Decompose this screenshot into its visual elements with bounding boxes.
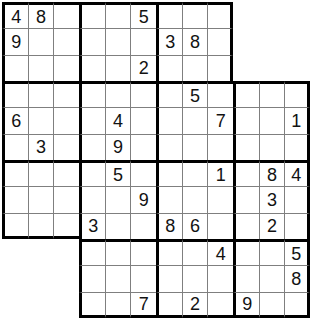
- sudoku-cell-r7c2-empty[interactable]: [28, 160, 54, 186]
- sudoku-cell-r1c3-empty[interactable]: [53, 2, 79, 28]
- sudoku-cell-r9c8-given-6[interactable]: 6: [182, 213, 208, 239]
- sudoku-cell-r11c12-given-8[interactable]: 8: [284, 265, 310, 291]
- sudoku-cell-r4c3-empty[interactable]: [53, 81, 79, 107]
- sudoku-cell-r12c6-given-7[interactable]: 7: [130, 292, 156, 318]
- sudoku-cell-r12c9-empty[interactable]: [207, 292, 233, 318]
- sudoku-cell-r11c8-empty[interactable]: [182, 265, 208, 291]
- sudoku-cell-r2c1-given-9[interactable]: 9: [2, 28, 28, 54]
- sudoku-cell-r10c5-empty[interactable]: [105, 239, 131, 265]
- sudoku-cell-r7c8-empty[interactable]: [182, 160, 208, 186]
- sudoku-cell-r9c6-empty[interactable]: [130, 213, 156, 239]
- sudoku-cell-r6c8-empty[interactable]: [182, 134, 208, 160]
- sudoku-cell-r4c11-empty[interactable]: [259, 81, 285, 107]
- sudoku-cell-r9c11-given-2[interactable]: 2: [259, 213, 285, 239]
- sudoku-cell-r8c8-empty[interactable]: [182, 186, 208, 212]
- outside-area-r12c3: [53, 292, 79, 318]
- sudoku-cell-r2c4-empty[interactable]: [79, 28, 105, 54]
- sudoku-cell-r3c1-empty[interactable]: [2, 55, 28, 81]
- outside-area-r10c3: [53, 239, 79, 265]
- sudoku-cell-r8c10-empty[interactable]: [233, 186, 259, 212]
- sudoku-cell-r6c7-empty[interactable]: [156, 134, 182, 160]
- sudoku-cell-r4c2-empty[interactable]: [28, 81, 54, 107]
- sudoku-cell-r9c1-empty[interactable]: [2, 213, 28, 239]
- sudoku-cell-r2c3-empty[interactable]: [53, 28, 79, 54]
- sudoku-cell-r10c8-empty[interactable]: [182, 239, 208, 265]
- outside-area-r2c10: [233, 28, 259, 54]
- sudoku-cell-r3c7-empty[interactable]: [156, 55, 182, 81]
- sudoku-cell-r8c4-empty[interactable]: [79, 186, 105, 212]
- sudoku-cell-r1c8-empty[interactable]: [182, 2, 208, 28]
- sudoku-cell-r7c1-empty[interactable]: [2, 160, 28, 186]
- outside-area-r2c12: [284, 28, 310, 54]
- sudoku-cell-r4c12-empty[interactable]: [284, 81, 310, 107]
- sudoku-cell-r7c10-empty[interactable]: [233, 160, 259, 186]
- sudoku-cell-r12c11-empty[interactable]: [259, 292, 285, 318]
- sudoku-cell-r3c8-empty[interactable]: [182, 55, 208, 81]
- sudoku-cell-r4c5-empty[interactable]: [105, 81, 131, 107]
- sudoku-cell-r1c9-empty[interactable]: [207, 2, 233, 28]
- sudoku-cell-r6c12-empty[interactable]: [284, 134, 310, 160]
- sudoku-cell-r2c8-given-8[interactable]: 8: [182, 28, 208, 54]
- sudoku-cell-r12c7-empty[interactable]: [156, 292, 182, 318]
- sudoku-cell-r1c1-given-4[interactable]: 4: [2, 2, 28, 28]
- sudoku-cell-r3c3-empty[interactable]: [53, 55, 79, 81]
- sudoku-cell-r2c5-empty[interactable]: [105, 28, 131, 54]
- sudoku-cell-r6c1-empty[interactable]: [2, 134, 28, 160]
- sudoku-cell-r12c4-empty[interactable]: [79, 292, 105, 318]
- sudoku-cell-r1c5-empty[interactable]: [105, 2, 131, 28]
- sudoku-cell-r5c3-empty[interactable]: [53, 107, 79, 133]
- sudoku-cell-r5c9-given-7[interactable]: 7: [207, 107, 233, 133]
- sudoku-cell-r7c9-given-1[interactable]: 1: [207, 160, 233, 186]
- sudoku-cell-r7c12-given-4[interactable]: 4: [284, 160, 310, 186]
- outside-area-r11c2: [28, 265, 54, 291]
- sudoku-cell-r10c12-given-5[interactable]: 5: [284, 239, 310, 265]
- sudoku-cell-r3c4-empty[interactable]: [79, 55, 105, 81]
- sudoku-cell-r6c2-given-3[interactable]: 3: [28, 134, 54, 160]
- sudoku-cell-r5c10-empty[interactable]: [233, 107, 259, 133]
- sudoku-cell-r5c4-empty[interactable]: [79, 107, 105, 133]
- outside-area-r2c11: [259, 28, 285, 54]
- sudoku-cell-r6c3-empty[interactable]: [53, 134, 79, 160]
- sudoku-cell-r5c11-empty[interactable]: [259, 107, 285, 133]
- sudoku-cell-r12c8-given-2[interactable]: 2: [182, 292, 208, 318]
- sudoku-cell-r8c9-empty[interactable]: [207, 186, 233, 212]
- sudoku-cell-r10c10-empty[interactable]: [233, 239, 259, 265]
- sudoku-cell-r10c11-empty[interactable]: [259, 239, 285, 265]
- sudoku-cell-r10c4-empty[interactable]: [79, 239, 105, 265]
- sudoku-cell-r11c5-empty[interactable]: [105, 265, 131, 291]
- sudoku-cell-r5c8-empty[interactable]: [182, 107, 208, 133]
- outside-area-r3c11: [259, 55, 285, 81]
- sudoku-cell-r8c7-empty[interactable]: [156, 186, 182, 212]
- sudoku-cell-r5c5-given-4[interactable]: 4: [105, 107, 131, 133]
- sudoku-cell-r9c12-empty[interactable]: [284, 213, 310, 239]
- sudoku-cell-r3c6-given-2[interactable]: 2: [130, 55, 156, 81]
- sudoku-cell-r11c4-empty[interactable]: [79, 265, 105, 291]
- outside-area-r10c2: [28, 239, 54, 265]
- sudoku-cell-r4c9-empty[interactable]: [207, 81, 233, 107]
- outside-area-r12c1: [2, 292, 28, 318]
- outside-area-r1c11: [259, 2, 285, 28]
- sudoku-cell-r3c9-empty[interactable]: [207, 55, 233, 81]
- sudoku-cell-r4c4-empty[interactable]: [79, 81, 105, 107]
- sudoku-cell-r3c2-empty[interactable]: [28, 55, 54, 81]
- sudoku-cell-r2c6-empty[interactable]: [130, 28, 156, 54]
- sudoku-cell-r1c6-given-5[interactable]: 5: [130, 2, 156, 28]
- outside-area-r3c10: [233, 55, 259, 81]
- sudoku-cell-r6c6-empty[interactable]: [130, 134, 156, 160]
- sudoku-cell-r10c6-empty[interactable]: [130, 239, 156, 265]
- sudoku-cell-r8c6-given-9[interactable]: 9: [130, 186, 156, 212]
- sudoku-cell-r9c9-empty[interactable]: [207, 213, 233, 239]
- sudoku-cell-r5c6-empty[interactable]: [130, 107, 156, 133]
- sudoku-cell-r8c1-empty[interactable]: [2, 186, 28, 212]
- sudoku-cell-r7c5-given-5[interactable]: 5: [105, 160, 131, 186]
- sudoku-cell-r7c3-empty[interactable]: [53, 160, 79, 186]
- sudoku-cell-r8c12-empty[interactable]: [284, 186, 310, 212]
- sudoku-cell-r9c4-given-3[interactable]: 3: [79, 213, 105, 239]
- sudoku-cell-r6c10-empty[interactable]: [233, 134, 259, 160]
- sudoku-cell-r8c5-empty[interactable]: [105, 186, 131, 212]
- sudoku-board: 485938256471395184933862458729: [2, 2, 310, 318]
- sudoku-cell-r11c9-empty[interactable]: [207, 265, 233, 291]
- sudoku-cell-r12c5-empty[interactable]: [105, 292, 131, 318]
- sudoku-cell-r2c9-empty[interactable]: [207, 28, 233, 54]
- sudoku-cell-r2c2-empty[interactable]: [28, 28, 54, 54]
- sudoku-cell-r5c7-empty[interactable]: [156, 107, 182, 133]
- sudoku-cell-r11c10-empty[interactable]: [233, 265, 259, 291]
- sudoku-cell-r9c2-empty[interactable]: [28, 213, 54, 239]
- sudoku-cell-r1c2-given-8[interactable]: 8: [28, 2, 54, 28]
- sudoku-cell-r6c11-empty[interactable]: [259, 134, 285, 160]
- sudoku-cell-r4c8-given-5[interactable]: 5: [182, 81, 208, 107]
- sudoku-cell-r5c12-given-1[interactable]: 1: [284, 107, 310, 133]
- sudoku-cell-r6c5-given-9[interactable]: 9: [105, 134, 131, 160]
- sudoku-cell-r1c7-empty[interactable]: [156, 2, 182, 28]
- sudoku-cell-r5c1-given-6[interactable]: 6: [2, 107, 28, 133]
- sudoku-cell-r7c6-empty[interactable]: [130, 160, 156, 186]
- outside-area-r11c3: [53, 265, 79, 291]
- sudoku-cell-r3c5-empty[interactable]: [105, 55, 131, 81]
- outside-area-r10c1: [2, 239, 28, 265]
- sudoku-cell-r11c6-empty[interactable]: [130, 265, 156, 291]
- sudoku-cell-r5c2-empty[interactable]: [28, 107, 54, 133]
- sudoku-cell-r1c4-empty[interactable]: [79, 2, 105, 28]
- sudoku-cell-r10c7-empty[interactable]: [156, 239, 182, 265]
- sudoku-cell-r4c6-empty[interactable]: [130, 81, 156, 107]
- sudoku-cell-r9c10-empty[interactable]: [233, 213, 259, 239]
- sudoku-cell-r7c7-empty[interactable]: [156, 160, 182, 186]
- sudoku-cell-r7c11-given-8[interactable]: 8: [259, 160, 285, 186]
- sudoku-cell-r11c11-empty[interactable]: [259, 265, 285, 291]
- sudoku-cell-r2c7-given-3[interactable]: 3: [156, 28, 182, 54]
- sudoku-cell-r4c7-empty[interactable]: [156, 81, 182, 107]
- sudoku-cell-r11c7-empty[interactable]: [156, 265, 182, 291]
- sudoku-cell-r8c11-given-3[interactable]: 3: [259, 186, 285, 212]
- sudoku-cell-r4c10-empty[interactable]: [233, 81, 259, 107]
- sudoku-cell-r9c3-empty[interactable]: [53, 213, 79, 239]
- outside-area-r12c2: [28, 292, 54, 318]
- sudoku-cell-r7c4-empty[interactable]: [79, 160, 105, 186]
- sudoku-cell-r10c9-given-4[interactable]: 4: [207, 239, 233, 265]
- sudoku-cell-r8c3-empty[interactable]: [53, 186, 79, 212]
- sudoku-cell-r8c2-empty[interactable]: [28, 186, 54, 212]
- sudoku-cell-r12c10-given-9[interactable]: 9: [233, 292, 259, 318]
- sudoku-cell-r9c5-empty[interactable]: [105, 213, 131, 239]
- sudoku-cell-r6c4-empty[interactable]: [79, 134, 105, 160]
- outside-area-r3c12: [284, 55, 310, 81]
- outside-area-r1c12: [284, 2, 310, 28]
- outside-area-r11c1: [2, 265, 28, 291]
- outside-area-r1c10: [233, 2, 259, 28]
- sudoku-cell-r12c12-empty[interactable]: [284, 292, 310, 318]
- sudoku-cell-r4c1-empty[interactable]: [2, 81, 28, 107]
- sudoku-cell-r9c7-given-8[interactable]: 8: [156, 213, 182, 239]
- sudoku-cell-r6c9-empty[interactable]: [207, 134, 233, 160]
